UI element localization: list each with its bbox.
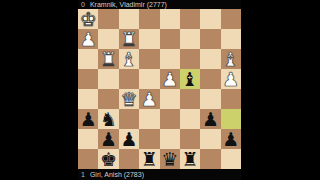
- black-knight-piece: ♞: [100, 109, 117, 128]
- top-player-bar: 0 Kramnik, Vladimir (2777): [78, 0, 241, 9]
- black-rook-piece: ♜: [141, 149, 158, 168]
- square-f1[interactable]: [119, 9, 139, 29]
- white-pawn-piece: ♟: [161, 69, 178, 88]
- square-e5[interactable]: ♟: [139, 89, 159, 109]
- square-b1[interactable]: [200, 9, 220, 29]
- square-h4[interactable]: [78, 69, 98, 89]
- square-a6[interactable]: [221, 109, 241, 129]
- square-b8[interactable]: [200, 149, 220, 169]
- white-rook-piece: ♜: [100, 49, 117, 68]
- square-d4[interactable]: ♟: [160, 69, 180, 89]
- square-f7[interactable]: ♟: [119, 129, 139, 149]
- top-player-score: 0: [81, 1, 85, 8]
- square-e8[interactable]: ♜: [139, 149, 159, 169]
- black-king-piece: ♚: [100, 149, 117, 168]
- square-f6[interactable]: [119, 109, 139, 129]
- square-h7[interactable]: [78, 129, 98, 149]
- square-e4[interactable]: [139, 69, 159, 89]
- square-g8[interactable]: ♚: [98, 149, 118, 169]
- square-c7[interactable]: [180, 129, 200, 149]
- white-queen-piece: ♛: [120, 89, 137, 108]
- white-king-piece: ♚: [80, 9, 97, 28]
- square-h6[interactable]: ♟: [78, 109, 98, 129]
- square-h3[interactable]: [78, 49, 98, 69]
- square-c8[interactable]: ♜: [180, 149, 200, 169]
- square-a8[interactable]: [221, 149, 241, 169]
- square-b5[interactable]: [200, 89, 220, 109]
- square-c4[interactable]: ♝: [180, 69, 200, 89]
- square-g6[interactable]: ♞: [98, 109, 118, 129]
- square-f8[interactable]: [119, 149, 139, 169]
- square-e7[interactable]: [139, 129, 159, 149]
- square-b2[interactable]: [200, 29, 220, 49]
- square-e3[interactable]: [139, 49, 159, 69]
- white-bishop-piece: ♝: [120, 49, 137, 68]
- square-c1[interactable]: [180, 9, 200, 29]
- black-pawn-piece: ♟: [100, 129, 117, 148]
- square-d3[interactable]: [160, 49, 180, 69]
- square-g1[interactable]: [98, 9, 118, 29]
- square-c5[interactable]: [180, 89, 200, 109]
- square-f4[interactable]: [119, 69, 139, 89]
- black-bishop-piece: ♝: [182, 69, 199, 88]
- square-g4[interactable]: [98, 69, 118, 89]
- square-c3[interactable]: [180, 49, 200, 69]
- square-b6[interactable]: ♟: [200, 109, 220, 129]
- square-d8[interactable]: ♛: [160, 149, 180, 169]
- square-e1[interactable]: [139, 9, 159, 29]
- bottom-player-score: 1: [81, 171, 85, 178]
- broadcast-stage: 0 Kramnik, Vladimir (2777) ♚♟♜♜♝♝♟♝♟♛♟♟♞…: [78, 0, 241, 180]
- chess-board: ♚♟♜♜♝♝♟♝♟♛♟♟♞♟♟♟♟♚♜♛♜: [78, 9, 241, 169]
- bottom-player-name: Giri, Anish (2783): [90, 171, 144, 178]
- black-pawn-piece: ♟: [120, 129, 137, 148]
- square-b7[interactable]: [200, 129, 220, 149]
- square-h2[interactable]: ♟: [78, 29, 98, 49]
- square-f5[interactable]: ♛: [119, 89, 139, 109]
- square-e6[interactable]: [139, 109, 159, 129]
- square-g5[interactable]: [98, 89, 118, 109]
- white-pawn-piece: ♟: [222, 69, 239, 88]
- white-pawn-piece: ♟: [141, 89, 158, 108]
- square-c6[interactable]: [180, 109, 200, 129]
- square-g7[interactable]: ♟: [98, 129, 118, 149]
- square-a4[interactable]: ♟: [221, 69, 241, 89]
- white-rook-piece: ♜: [120, 29, 137, 48]
- square-e2[interactable]: [139, 29, 159, 49]
- white-bishop-piece: ♝: [222, 49, 239, 68]
- square-d7[interactable]: [160, 129, 180, 149]
- square-f3[interactable]: ♝: [119, 49, 139, 69]
- square-h1[interactable]: ♚: [78, 9, 98, 29]
- square-d2[interactable]: [160, 29, 180, 49]
- square-b4[interactable]: [200, 69, 220, 89]
- square-g2[interactable]: [98, 29, 118, 49]
- bottom-player-bar: 1 Giri, Anish (2783): [78, 169, 241, 180]
- square-a2[interactable]: [221, 29, 241, 49]
- square-d6[interactable]: [160, 109, 180, 129]
- black-pawn-piece: ♟: [202, 109, 219, 128]
- black-pawn-piece: ♟: [80, 109, 97, 128]
- square-d5[interactable]: [160, 89, 180, 109]
- square-d1[interactable]: [160, 9, 180, 29]
- square-a3[interactable]: ♝: [221, 49, 241, 69]
- square-a7[interactable]: ♟: [221, 129, 241, 149]
- square-a5[interactable]: [221, 89, 241, 109]
- square-b3[interactable]: [200, 49, 220, 69]
- square-a1[interactable]: [221, 9, 241, 29]
- black-rook-piece: ♜: [182, 149, 199, 168]
- white-pawn-piece: ♟: [80, 29, 97, 48]
- square-c2[interactable]: [180, 29, 200, 49]
- square-h5[interactable]: [78, 89, 98, 109]
- black-queen-piece: ♛: [161, 149, 178, 168]
- square-f2[interactable]: ♜: [119, 29, 139, 49]
- black-pawn-piece: ♟: [222, 129, 239, 148]
- top-player-name: Kramnik, Vladimir (2777): [90, 1, 167, 8]
- square-g3[interactable]: ♜: [98, 49, 118, 69]
- square-h8[interactable]: [78, 149, 98, 169]
